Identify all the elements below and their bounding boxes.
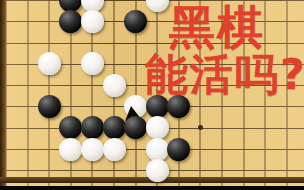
stone-black[interactable] — [38, 95, 61, 118]
stone-white[interactable] — [124, 95, 147, 118]
board-left-edge — [0, 0, 6, 186]
stone-white[interactable] — [103, 138, 126, 161]
stone-black[interactable] — [103, 116, 126, 139]
stone-white[interactable] — [81, 10, 104, 33]
stone-black[interactable] — [59, 10, 82, 33]
overlay-caption-line1: 黑棋 — [169, 4, 265, 50]
stone-white[interactable] — [59, 138, 82, 161]
stone-white[interactable] — [38, 52, 61, 75]
stone-white[interactable] — [103, 74, 126, 97]
screenshot-frame: 黑棋 能活吗? — [0, 0, 304, 190]
stone-white[interactable] — [81, 138, 104, 161]
overlay-caption-line2: 能活吗? — [145, 53, 304, 96]
letterbox-bar — [0, 186, 304, 190]
stone-white[interactable] — [146, 159, 169, 182]
stone-white[interactable] — [146, 116, 169, 139]
stone-white[interactable] — [146, 138, 169, 161]
stone-black[interactable] — [167, 138, 190, 161]
stone-black[interactable] — [124, 10, 147, 33]
